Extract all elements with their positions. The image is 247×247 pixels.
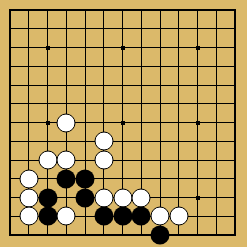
black-stone <box>132 207 151 226</box>
white-stone <box>19 169 38 188</box>
white-stone <box>169 207 188 226</box>
star-point <box>196 46 200 50</box>
star-point <box>196 196 200 200</box>
black-stone <box>57 169 76 188</box>
white-stone <box>132 188 151 207</box>
white-stone <box>19 207 38 226</box>
white-stone <box>94 151 113 170</box>
black-stone <box>38 188 57 207</box>
white-stone <box>57 151 76 170</box>
grid-line-vertical <box>178 10 179 235</box>
black-stone <box>151 226 170 245</box>
grid-line-horizontal <box>10 178 235 179</box>
grid-line-vertical <box>160 10 161 235</box>
white-stone <box>151 207 170 226</box>
white-stone <box>57 207 76 226</box>
white-stone <box>113 188 132 207</box>
star-point <box>121 46 125 50</box>
white-stone <box>38 151 57 170</box>
star-point <box>46 46 50 50</box>
white-stone <box>94 132 113 151</box>
black-stone <box>38 207 57 226</box>
white-stone <box>57 113 76 132</box>
black-stone <box>76 188 95 207</box>
grid-line-vertical <box>216 10 217 235</box>
black-stone <box>113 207 132 226</box>
black-stone <box>94 207 113 226</box>
star-point <box>46 121 50 125</box>
star-point <box>121 121 125 125</box>
star-point <box>196 121 200 125</box>
black-stone <box>76 169 95 188</box>
white-stone <box>19 188 38 207</box>
go-board-diagram <box>0 0 247 247</box>
white-stone <box>94 188 113 207</box>
grid-line-horizontal <box>10 141 235 142</box>
